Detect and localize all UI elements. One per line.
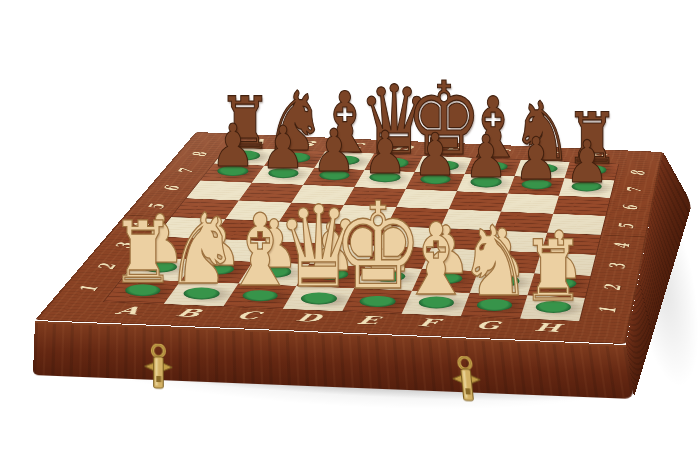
piece-glyph: ♟ xyxy=(413,126,457,185)
piece-black-pawn-a7[interactable]: ♟ xyxy=(206,117,259,176)
piece-glyph: ♜ xyxy=(521,229,584,313)
piece-glyph: ♟ xyxy=(210,117,254,176)
pieces-layer: ♜♞♝♛♚♝♞♜♟♟♟♟♟♟♟♟♟♟♟♟♟♟♟♟♜♞♝♛♚♝♞♜ xyxy=(0,0,700,460)
piece-black-pawn-h7[interactable]: ♟ xyxy=(561,133,613,191)
piece-white-rook-h1[interactable]: ♜ xyxy=(515,229,590,313)
piece-glyph: ♟ xyxy=(464,128,508,187)
piece-black-pawn-c7[interactable]: ♟ xyxy=(308,122,361,181)
piece-glyph: ♟ xyxy=(261,119,305,178)
piece-glyph: ♟ xyxy=(565,133,609,191)
piece-black-pawn-d7[interactable]: ♟ xyxy=(359,124,412,183)
piece-black-pawn-b7[interactable]: ♟ xyxy=(257,119,310,178)
piece-glyph: ♟ xyxy=(363,124,407,183)
chess-set-photo: ABCDEFGHABCDEFGH8877665544332211 ♜♞♝♛♚♝♞… xyxy=(0,0,700,460)
piece-glyph: ♟ xyxy=(514,131,558,190)
piece-black-pawn-e7[interactable]: ♟ xyxy=(409,126,462,185)
piece-glyph: ♟ xyxy=(312,122,356,181)
piece-black-pawn-f7[interactable]: ♟ xyxy=(460,128,513,187)
piece-black-pawn-g7[interactable]: ♟ xyxy=(510,131,562,190)
